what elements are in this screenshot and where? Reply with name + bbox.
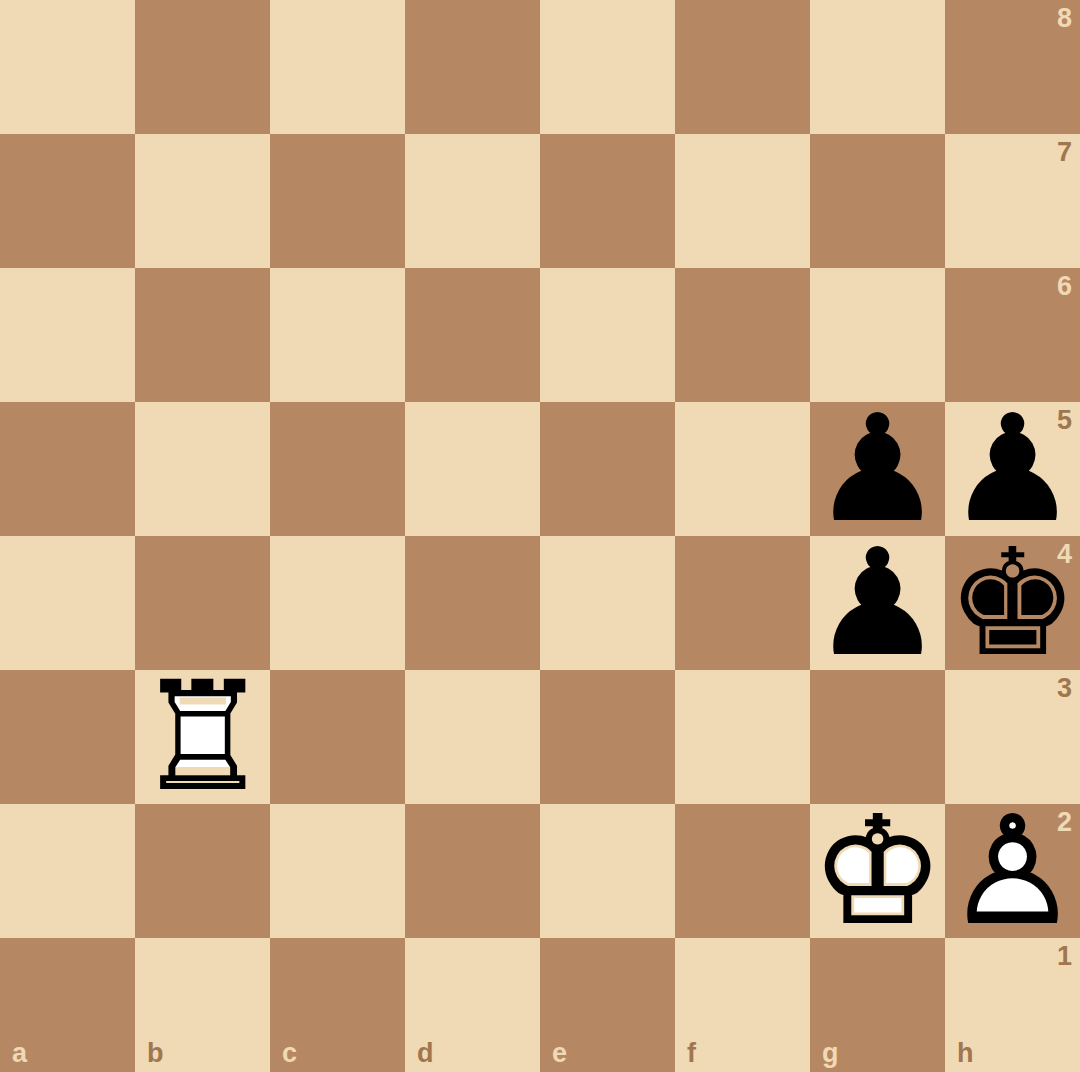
square-e6[interactable] bbox=[540, 268, 675, 402]
square-d8[interactable] bbox=[405, 0, 540, 134]
white-king[interactable]: ♚♔ bbox=[810, 804, 945, 938]
chess-board: 876♟5♟♟4♚♜♖3♚♔2♟♙abcdefgh1 bbox=[0, 0, 1080, 1072]
square-h7[interactable]: 7 bbox=[945, 134, 1080, 268]
square-f8[interactable] bbox=[675, 0, 810, 134]
rank-label-1: 1 bbox=[1057, 943, 1072, 970]
file-label-c: c bbox=[282, 1040, 297, 1067]
piece-outline-glyph: ♙ bbox=[945, 804, 1080, 938]
square-e2[interactable] bbox=[540, 804, 675, 938]
square-f6[interactable] bbox=[675, 268, 810, 402]
square-b5[interactable] bbox=[135, 402, 270, 536]
square-h8[interactable]: 8 bbox=[945, 0, 1080, 134]
black-pawn[interactable]: ♟ bbox=[810, 402, 945, 536]
square-e5[interactable] bbox=[540, 402, 675, 536]
square-b4[interactable] bbox=[135, 536, 270, 670]
square-b6[interactable] bbox=[135, 268, 270, 402]
square-h4[interactable]: 4♚ bbox=[945, 536, 1080, 670]
square-f1[interactable]: f bbox=[675, 938, 810, 1072]
piece-glyph: ♟ bbox=[810, 536, 945, 670]
piece-glyph: ♚ bbox=[945, 536, 1080, 670]
file-label-e: e bbox=[552, 1040, 567, 1067]
piece-glyph: ♟ bbox=[810, 402, 945, 536]
rank-label-6: 6 bbox=[1057, 273, 1072, 300]
file-label-d: d bbox=[417, 1040, 434, 1067]
square-c6[interactable] bbox=[270, 268, 405, 402]
square-h6[interactable]: 6 bbox=[945, 268, 1080, 402]
white-pawn[interactable]: ♟♙ bbox=[945, 804, 1080, 938]
square-h5[interactable]: 5♟ bbox=[945, 402, 1080, 536]
square-g5[interactable]: ♟ bbox=[810, 402, 945, 536]
square-c8[interactable] bbox=[270, 0, 405, 134]
square-f5[interactable] bbox=[675, 402, 810, 536]
square-d1[interactable]: d bbox=[405, 938, 540, 1072]
square-b7[interactable] bbox=[135, 134, 270, 268]
square-c5[interactable] bbox=[270, 402, 405, 536]
square-d7[interactable] bbox=[405, 134, 540, 268]
square-d5[interactable] bbox=[405, 402, 540, 536]
square-a7[interactable] bbox=[0, 134, 135, 268]
square-g1[interactable]: g bbox=[810, 938, 945, 1072]
square-e3[interactable] bbox=[540, 670, 675, 804]
piece-outline-glyph: ♔ bbox=[810, 804, 945, 938]
square-c4[interactable] bbox=[270, 536, 405, 670]
square-a5[interactable] bbox=[0, 402, 135, 536]
square-c3[interactable] bbox=[270, 670, 405, 804]
square-g7[interactable] bbox=[810, 134, 945, 268]
black-pawn[interactable]: ♟ bbox=[810, 536, 945, 670]
square-f4[interactable] bbox=[675, 536, 810, 670]
square-d3[interactable] bbox=[405, 670, 540, 804]
black-pawn[interactable]: ♟ bbox=[945, 402, 1080, 536]
square-c7[interactable] bbox=[270, 134, 405, 268]
file-label-f: f bbox=[687, 1040, 696, 1067]
white-rook[interactable]: ♜♖ bbox=[135, 670, 270, 804]
square-f7[interactable] bbox=[675, 134, 810, 268]
square-a8[interactable] bbox=[0, 0, 135, 134]
square-b8[interactable] bbox=[135, 0, 270, 134]
rank-label-7: 7 bbox=[1057, 139, 1072, 166]
file-label-b: b bbox=[147, 1040, 164, 1067]
file-label-g: g bbox=[822, 1040, 839, 1067]
rank-label-3: 3 bbox=[1057, 675, 1072, 702]
square-g3[interactable] bbox=[810, 670, 945, 804]
square-b2[interactable] bbox=[135, 804, 270, 938]
square-g2[interactable]: ♚♔ bbox=[810, 804, 945, 938]
square-g8[interactable] bbox=[810, 0, 945, 134]
black-king[interactable]: ♚ bbox=[945, 536, 1080, 670]
square-c1[interactable]: c bbox=[270, 938, 405, 1072]
square-h2[interactable]: 2♟♙ bbox=[945, 804, 1080, 938]
square-g6[interactable] bbox=[810, 268, 945, 402]
square-f2[interactable] bbox=[675, 804, 810, 938]
square-b1[interactable]: b bbox=[135, 938, 270, 1072]
square-e8[interactable] bbox=[540, 0, 675, 134]
piece-outline-glyph: ♖ bbox=[135, 670, 270, 804]
square-c2[interactable] bbox=[270, 804, 405, 938]
square-h1[interactable]: h1 bbox=[945, 938, 1080, 1072]
square-b3[interactable]: ♜♖ bbox=[135, 670, 270, 804]
rank-label-8: 8 bbox=[1057, 5, 1072, 32]
square-e4[interactable] bbox=[540, 536, 675, 670]
square-f3[interactable] bbox=[675, 670, 810, 804]
file-label-h: h bbox=[957, 1040, 974, 1067]
square-a3[interactable] bbox=[0, 670, 135, 804]
square-a6[interactable] bbox=[0, 268, 135, 402]
square-e7[interactable] bbox=[540, 134, 675, 268]
square-e1[interactable]: e bbox=[540, 938, 675, 1072]
square-d6[interactable] bbox=[405, 268, 540, 402]
square-a2[interactable] bbox=[0, 804, 135, 938]
piece-glyph: ♟ bbox=[945, 402, 1080, 536]
square-g4[interactable]: ♟ bbox=[810, 536, 945, 670]
square-a1[interactable]: a bbox=[0, 938, 135, 1072]
square-d2[interactable] bbox=[405, 804, 540, 938]
square-h3[interactable]: 3 bbox=[945, 670, 1080, 804]
file-label-a: a bbox=[12, 1040, 27, 1067]
square-a4[interactable] bbox=[0, 536, 135, 670]
square-d4[interactable] bbox=[405, 536, 540, 670]
